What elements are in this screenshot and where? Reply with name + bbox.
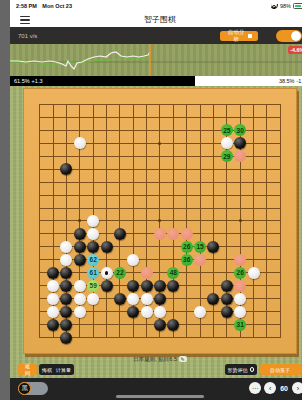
board-cell[interactable]: [193, 150, 206, 163]
board-cell[interactable]: [234, 215, 247, 228]
board-cell[interactable]: [220, 305, 233, 318]
board-cell[interactable]: [100, 137, 113, 150]
board-cell[interactable]: [274, 253, 287, 266]
board-cell[interactable]: [153, 202, 166, 215]
board-cell[interactable]: [73, 176, 86, 189]
board-cell[interactable]: [234, 240, 247, 253]
board-cell[interactable]: [247, 215, 260, 228]
board-cell[interactable]: [140, 150, 153, 163]
board-cell[interactable]: [220, 292, 233, 305]
board-cell[interactable]: [113, 124, 126, 137]
more-button[interactable]: ⋯: [249, 382, 261, 394]
board-cell[interactable]: [234, 111, 247, 124]
board-cell[interactable]: [86, 176, 99, 189]
board-cell[interactable]: [167, 253, 180, 266]
board-cell[interactable]: [100, 266, 113, 279]
board-cell[interactable]: [274, 305, 287, 318]
estimate-button[interactable]: 形势评估: [225, 364, 258, 375]
board-cell[interactable]: [167, 227, 180, 240]
board-cell[interactable]: [260, 292, 273, 305]
board-cell[interactable]: [247, 150, 260, 163]
board-cell[interactable]: [73, 163, 86, 176]
board-cell[interactable]: [86, 292, 99, 305]
board-cell[interactable]: [260, 331, 273, 344]
board-cell[interactable]: [113, 189, 126, 202]
board-cell[interactable]: [86, 318, 99, 331]
board-cell[interactable]: [247, 227, 260, 240]
board-cell[interactable]: [180, 163, 193, 176]
board-cell[interactable]: [207, 253, 220, 266]
board-cell[interactable]: [140, 124, 153, 137]
board-cell[interactable]: [220, 163, 233, 176]
board-cell[interactable]: [100, 292, 113, 305]
board-cell[interactable]: [60, 279, 73, 292]
board-cell[interactable]: [153, 215, 166, 228]
board-cell[interactable]: [46, 318, 59, 331]
board-cell[interactable]: [247, 279, 260, 292]
board-cell[interactable]: [33, 124, 46, 137]
board-cell[interactable]: [234, 253, 247, 266]
board-cell[interactable]: [46, 98, 59, 111]
board-cell[interactable]: [86, 305, 99, 318]
board-cell[interactable]: [247, 253, 260, 266]
board-cell[interactable]: [86, 189, 99, 202]
board-cell[interactable]: [33, 266, 46, 279]
board-cell[interactable]: [100, 215, 113, 228]
board-cell[interactable]: [33, 253, 46, 266]
board-cell[interactable]: [220, 176, 233, 189]
board-cell[interactable]: [260, 305, 273, 318]
board-cell[interactable]: [46, 215, 59, 228]
board-cell[interactable]: [140, 163, 153, 176]
board-cell[interactable]: [46, 331, 59, 344]
board-cell[interactable]: [100, 227, 113, 240]
menu-icon[interactable]: [20, 16, 30, 24]
board-cell[interactable]: [46, 176, 59, 189]
board-cell[interactable]: [100, 176, 113, 189]
board-cell[interactable]: [180, 318, 193, 331]
board-cell[interactable]: [193, 163, 206, 176]
board-cell[interactable]: 36: [180, 253, 193, 266]
board-cell[interactable]: [207, 137, 220, 150]
board-cell[interactable]: [127, 189, 140, 202]
board-cell[interactable]: [73, 98, 86, 111]
board-cell[interactable]: [46, 163, 59, 176]
board-cell[interactable]: [260, 279, 273, 292]
board-cell[interactable]: [113, 137, 126, 150]
board-cell[interactable]: [127, 279, 140, 292]
board-cell[interactable]: 22: [113, 266, 126, 279]
board-cell[interactable]: [73, 202, 86, 215]
board-cell[interactable]: 62: [86, 253, 99, 266]
board-cell[interactable]: 26: [234, 266, 247, 279]
board-cell[interactable]: [274, 137, 287, 150]
board-cell[interactable]: [167, 111, 180, 124]
board-cell[interactable]: [207, 189, 220, 202]
board-cell[interactable]: [260, 318, 273, 331]
board-cell[interactable]: [127, 98, 140, 111]
board-cell[interactable]: [180, 266, 193, 279]
board-cell[interactable]: [207, 331, 220, 344]
board-cell[interactable]: [234, 98, 247, 111]
board-cell[interactable]: 29: [220, 150, 233, 163]
board-cell[interactable]: [247, 163, 260, 176]
board-cell[interactable]: [207, 292, 220, 305]
board-cell[interactable]: [73, 318, 86, 331]
board-cell[interactable]: [274, 111, 287, 124]
board-cell[interactable]: [60, 124, 73, 137]
board-cell[interactable]: [274, 189, 287, 202]
board-cell[interactable]: [167, 189, 180, 202]
board-cell[interactable]: [86, 331, 99, 344]
board-cell[interactable]: [247, 331, 260, 344]
board-cell[interactable]: [127, 176, 140, 189]
board-cell[interactable]: [153, 137, 166, 150]
board-cell[interactable]: [140, 279, 153, 292]
board-cell[interactable]: [73, 279, 86, 292]
board-cell[interactable]: [46, 305, 59, 318]
board-cell[interactable]: [180, 98, 193, 111]
board-cell[interactable]: [207, 240, 220, 253]
board-cell[interactable]: [274, 124, 287, 137]
board-cell[interactable]: [73, 240, 86, 253]
board-cell[interactable]: [153, 305, 166, 318]
board-cell[interactable]: [274, 227, 287, 240]
board-cell[interactable]: [140, 202, 153, 215]
board-cell[interactable]: [274, 163, 287, 176]
board-cell[interactable]: [100, 279, 113, 292]
board-cell[interactable]: [260, 176, 273, 189]
board-cell[interactable]: [140, 111, 153, 124]
board-cell[interactable]: [234, 150, 247, 163]
board-cell[interactable]: [140, 98, 153, 111]
board-cell[interactable]: [60, 331, 73, 344]
board-cell[interactable]: [46, 189, 59, 202]
board-cell[interactable]: [100, 331, 113, 344]
board-cell[interactable]: [220, 279, 233, 292]
board-cell[interactable]: 30: [234, 124, 247, 137]
board-cell[interactable]: [180, 189, 193, 202]
board-cell[interactable]: 25: [220, 124, 233, 137]
board-cell[interactable]: [46, 253, 59, 266]
board-cell[interactable]: [220, 215, 233, 228]
board-cell[interactable]: [193, 202, 206, 215]
board-cell[interactable]: 59: [86, 279, 99, 292]
board-cell[interactable]: [113, 98, 126, 111]
board-cell[interactable]: 61: [86, 266, 99, 279]
board-cell[interactable]: [100, 189, 113, 202]
board-cell[interactable]: [46, 292, 59, 305]
board-cell[interactable]: [247, 189, 260, 202]
board-cell[interactable]: [73, 253, 86, 266]
go-board[interactable]: 25302926156236612248265931: [23, 88, 297, 354]
board-cell[interactable]: [193, 215, 206, 228]
board-cell[interactable]: [100, 98, 113, 111]
board-cell[interactable]: [113, 253, 126, 266]
board-cell[interactable]: [153, 163, 166, 176]
board-cell[interactable]: [60, 266, 73, 279]
board-cell[interactable]: [113, 227, 126, 240]
board-cell[interactable]: [140, 292, 153, 305]
board-cell[interactable]: [33, 292, 46, 305]
board-cell[interactable]: [60, 318, 73, 331]
board-cell[interactable]: [260, 124, 273, 137]
board-cell[interactable]: [100, 150, 113, 163]
board-cell[interactable]: [153, 150, 166, 163]
board-cell[interactable]: [46, 137, 59, 150]
board-cell[interactable]: [220, 318, 233, 331]
board-cell[interactable]: [180, 202, 193, 215]
board-cell[interactable]: [73, 266, 86, 279]
board-cell[interactable]: [260, 227, 273, 240]
board-cell[interactable]: [220, 202, 233, 215]
board-cell[interactable]: [73, 137, 86, 150]
board-cell[interactable]: [127, 318, 140, 331]
board-cell[interactable]: [247, 137, 260, 150]
board-cell[interactable]: [100, 202, 113, 215]
board-cell[interactable]: [33, 240, 46, 253]
board-cell[interactable]: [73, 292, 86, 305]
board-cell[interactable]: [127, 305, 140, 318]
board-cell[interactable]: [207, 227, 220, 240]
board-cell[interactable]: [247, 240, 260, 253]
board-cell[interactable]: [46, 202, 59, 215]
board-cell[interactable]: [167, 215, 180, 228]
board-cell[interactable]: [73, 215, 86, 228]
board-cell[interactable]: [207, 163, 220, 176]
board-cell[interactable]: [60, 189, 73, 202]
board-cell[interactable]: [33, 318, 46, 331]
board-cell[interactable]: [153, 227, 166, 240]
board-cell[interactable]: [33, 215, 46, 228]
board-cell[interactable]: [60, 202, 73, 215]
board-cell[interactable]: [180, 137, 193, 150]
board-cell[interactable]: [153, 240, 166, 253]
board-cell[interactable]: [153, 318, 166, 331]
board-cell[interactable]: [86, 202, 99, 215]
board-cell[interactable]: [153, 266, 166, 279]
board-cell[interactable]: [274, 176, 287, 189]
board-cell[interactable]: [140, 215, 153, 228]
board-cell[interactable]: [260, 266, 273, 279]
board-cell[interactable]: [207, 150, 220, 163]
board-cell[interactable]: 31: [234, 318, 247, 331]
board-cell[interactable]: [220, 266, 233, 279]
board-cell[interactable]: [140, 331, 153, 344]
board-cell[interactable]: [234, 292, 247, 305]
board-cell[interactable]: [113, 176, 126, 189]
board-cell[interactable]: [60, 240, 73, 253]
board-cell[interactable]: [167, 98, 180, 111]
board-cell[interactable]: [153, 124, 166, 137]
board-cell[interactable]: [234, 279, 247, 292]
board-cell[interactable]: [86, 163, 99, 176]
board-cell[interactable]: [140, 305, 153, 318]
board-cell[interactable]: [127, 137, 140, 150]
board-cell[interactable]: [193, 137, 206, 150]
board-cell[interactable]: [207, 266, 220, 279]
board-cell[interactable]: [153, 292, 166, 305]
board-cell[interactable]: [46, 227, 59, 240]
board-cell[interactable]: [180, 227, 193, 240]
board-cell[interactable]: [260, 163, 273, 176]
board-cell[interactable]: [180, 331, 193, 344]
board-cell[interactable]: [234, 163, 247, 176]
board-cell[interactable]: [127, 124, 140, 137]
board-cell[interactable]: [127, 266, 140, 279]
board-cell[interactable]: [220, 137, 233, 150]
auto-play-button[interactable]: 自动落子: [260, 364, 302, 375]
prev-move-button[interactable]: ‹: [264, 382, 276, 394]
board-cell[interactable]: [100, 305, 113, 318]
board-cell[interactable]: [260, 240, 273, 253]
board-cell[interactable]: [60, 227, 73, 240]
board-cell[interactable]: [247, 111, 260, 124]
board-cell[interactable]: [260, 137, 273, 150]
board-cell[interactable]: [193, 305, 206, 318]
board-cell[interactable]: [60, 215, 73, 228]
board-cell[interactable]: [220, 227, 233, 240]
board-cell[interactable]: [167, 292, 180, 305]
board-cell[interactable]: [60, 163, 73, 176]
board-cell[interactable]: [73, 150, 86, 163]
board-cell[interactable]: [60, 111, 73, 124]
board-cell[interactable]: [274, 279, 287, 292]
board-cell[interactable]: [153, 111, 166, 124]
board-cell[interactable]: [220, 331, 233, 344]
board-cell[interactable]: [207, 305, 220, 318]
board-cell[interactable]: [167, 279, 180, 292]
board-cell[interactable]: [234, 305, 247, 318]
board-cell[interactable]: [193, 253, 206, 266]
board-cell[interactable]: [73, 227, 86, 240]
board-cell[interactable]: [220, 111, 233, 124]
board-cell[interactable]: [180, 305, 193, 318]
board-cell[interactable]: [193, 98, 206, 111]
board-cell[interactable]: [127, 163, 140, 176]
board-cell[interactable]: [46, 240, 59, 253]
board-cell[interactable]: [207, 98, 220, 111]
board-cell[interactable]: [247, 124, 260, 137]
board-cell[interactable]: [60, 150, 73, 163]
board-cell[interactable]: [193, 266, 206, 279]
board-cell[interactable]: [153, 331, 166, 344]
board-cell[interactable]: [193, 227, 206, 240]
board-cell[interactable]: [153, 176, 166, 189]
board-cell[interactable]: [260, 202, 273, 215]
board-cell[interactable]: [180, 124, 193, 137]
compute-amount-button[interactable]: 计算量: [56, 367, 71, 373]
board-cell[interactable]: [140, 137, 153, 150]
board-cell[interactable]: [180, 176, 193, 189]
board-cell[interactable]: [140, 240, 153, 253]
board-cell[interactable]: [73, 111, 86, 124]
board-cell[interactable]: [274, 98, 287, 111]
board-cell[interactable]: [86, 150, 99, 163]
edit-rules-icon[interactable]: ✎: [179, 356, 187, 362]
board-cell[interactable]: [33, 150, 46, 163]
board-cell[interactable]: [100, 240, 113, 253]
board-cell[interactable]: [180, 215, 193, 228]
board-cell[interactable]: [193, 318, 206, 331]
board-cell[interactable]: [113, 163, 126, 176]
board-cell[interactable]: [60, 176, 73, 189]
board-cell[interactable]: [274, 292, 287, 305]
board-cell[interactable]: [33, 202, 46, 215]
board-cell[interactable]: [100, 124, 113, 137]
board-cell[interactable]: [193, 189, 206, 202]
board-cell[interactable]: [60, 98, 73, 111]
board-cell[interactable]: [113, 279, 126, 292]
board-cell[interactable]: [247, 318, 260, 331]
board-cell[interactable]: [220, 98, 233, 111]
board-cell[interactable]: [86, 215, 99, 228]
board-cell[interactable]: [113, 292, 126, 305]
board-cell[interactable]: [193, 111, 206, 124]
board-cell[interactable]: [274, 240, 287, 253]
board-cell[interactable]: [140, 253, 153, 266]
board-cell[interactable]: [60, 292, 73, 305]
back-button[interactable]: 返回: [18, 364, 37, 375]
board-cell[interactable]: [193, 292, 206, 305]
board-cell[interactable]: [274, 150, 287, 163]
board-cell[interactable]: [220, 189, 233, 202]
board-cell[interactable]: [193, 176, 206, 189]
board-cell[interactable]: [127, 215, 140, 228]
board-cell[interactable]: [274, 318, 287, 331]
board-cell[interactable]: [153, 253, 166, 266]
board-cell[interactable]: [193, 124, 206, 137]
board-cell[interactable]: [46, 111, 59, 124]
board-cell[interactable]: [140, 266, 153, 279]
board-cell[interactable]: [127, 331, 140, 344]
board-cell[interactable]: [73, 189, 86, 202]
board-cell[interactable]: [73, 305, 86, 318]
board-cell[interactable]: [260, 253, 273, 266]
board-cell[interactable]: [260, 111, 273, 124]
board-cell[interactable]: [167, 137, 180, 150]
board-cell[interactable]: [100, 253, 113, 266]
board-cell[interactable]: [207, 124, 220, 137]
board-cell[interactable]: [113, 305, 126, 318]
board-cell[interactable]: [220, 253, 233, 266]
board-cell[interactable]: [33, 331, 46, 344]
board-cell[interactable]: [33, 98, 46, 111]
board-cell[interactable]: [207, 111, 220, 124]
board-cell[interactable]: [127, 202, 140, 215]
board-cell[interactable]: [140, 227, 153, 240]
board-cell[interactable]: [247, 202, 260, 215]
board-cell[interactable]: [60, 253, 73, 266]
board-cell[interactable]: [113, 240, 126, 253]
board-cell[interactable]: [33, 227, 46, 240]
board-cell[interactable]: [234, 331, 247, 344]
board-cell[interactable]: [247, 266, 260, 279]
board-cell[interactable]: [260, 215, 273, 228]
board-cell[interactable]: [167, 150, 180, 163]
undo-button[interactable]: 悔棋: [42, 367, 52, 373]
board-cell[interactable]: [247, 292, 260, 305]
board-cell[interactable]: [113, 318, 126, 331]
board-cell[interactable]: [46, 150, 59, 163]
board-cell[interactable]: [247, 176, 260, 189]
board-cell[interactable]: 26: [180, 240, 193, 253]
board-cell[interactable]: [127, 150, 140, 163]
board-cell[interactable]: [100, 111, 113, 124]
board-cell[interactable]: [140, 176, 153, 189]
board-cell[interactable]: [73, 124, 86, 137]
board-cell[interactable]: [113, 202, 126, 215]
